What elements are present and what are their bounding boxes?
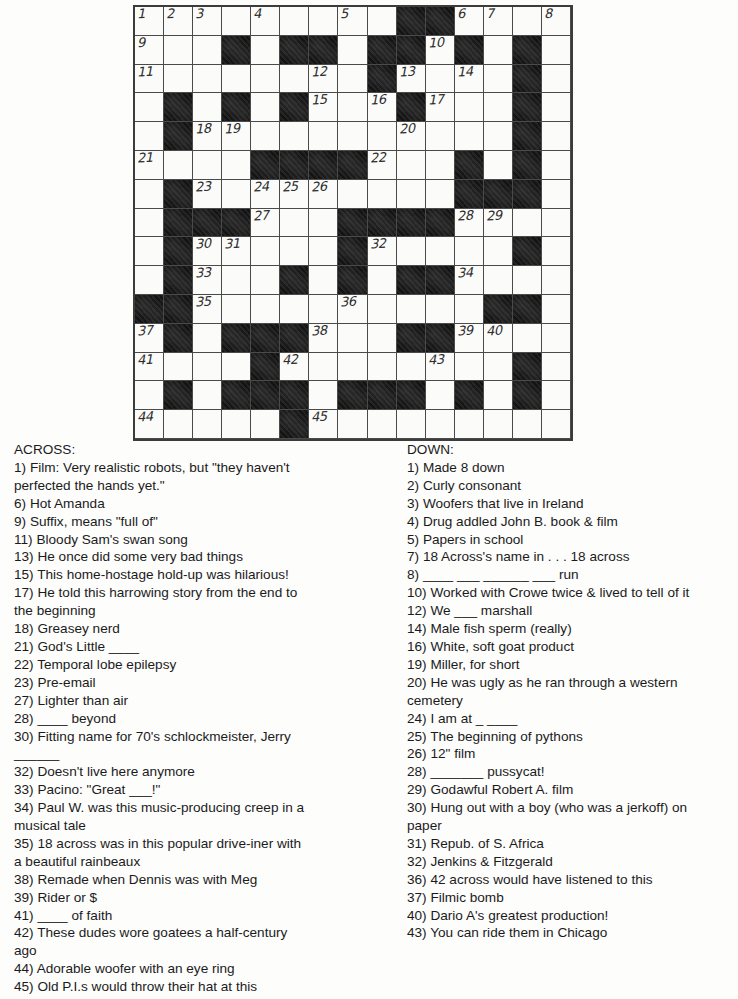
white-cell-r3c15[interactable] — [542, 65, 571, 94]
white-cell-r13c7[interactable] — [309, 353, 338, 382]
black-cell-r9c2 — [164, 237, 193, 266]
white-cell-r9c11[interactable] — [426, 237, 455, 266]
clue-number-29: 29 — [485, 207, 501, 223]
clue-down-30: 30) Hung out with a boy (who was a jerko… — [407, 799, 735, 835]
white-cell-r4c1[interactable] — [135, 93, 164, 122]
black-cell-r14c10 — [397, 381, 426, 410]
white-cell-r9c9[interactable]: 32 — [368, 237, 397, 266]
clue-text: ____ ___ ______ ___ run — [423, 567, 579, 582]
white-cell-r5c5[interactable] — [251, 122, 280, 151]
black-cell-r14c9 — [368, 381, 397, 410]
clue-text: Repub. of S. Africa — [430, 836, 543, 851]
white-cell-r12c7[interactable]: 38 — [309, 324, 338, 353]
clue-down-29: 29) Godawful Robert A. film — [407, 781, 735, 799]
white-cell-r7c5[interactable]: 24 — [251, 180, 280, 209]
clue-number-40: 40 — [485, 322, 501, 338]
white-cell-r13c1[interactable]: 41 — [135, 353, 164, 382]
white-cell-r2c8[interactable] — [338, 36, 367, 65]
white-cell-r7c15[interactable] — [542, 180, 571, 209]
clue-down-24: 24) I am at _ ____ — [407, 710, 735, 728]
white-cell-r11c9[interactable] — [368, 295, 397, 324]
white-cell-r7c1[interactable] — [135, 180, 164, 209]
clue-text: 18 Across's name in . . . 18 across — [423, 549, 630, 564]
white-cell-r6c9[interactable]: 22 — [368, 151, 397, 180]
white-cell-r7c3[interactable]: 23 — [193, 180, 222, 209]
white-cell-r6c3[interactable] — [193, 151, 222, 180]
white-cell-r15c8[interactable] — [338, 410, 367, 439]
white-cell-r10c14[interactable] — [513, 266, 542, 295]
white-cell-r1c5[interactable]: 4 — [251, 7, 280, 36]
white-cell-r11c15[interactable] — [542, 295, 571, 324]
black-cell-r4c6 — [280, 93, 309, 122]
clue-number-15: 15 — [311, 92, 327, 108]
clue-num-label: 41) — [14, 908, 34, 923]
white-cell-r7c10[interactable] — [397, 180, 426, 209]
white-cell-r8c12[interactable]: 28 — [455, 209, 484, 238]
clue-across-38: 38) Remade when Dennis was with Meg — [14, 871, 402, 889]
clue-text: Miller, for short — [430, 657, 519, 672]
white-cell-r12c1[interactable]: 37 — [135, 324, 164, 353]
clue-text: He once did some very bad things — [37, 549, 243, 564]
white-cell-r15c10[interactable] — [397, 410, 426, 439]
white-cell-r14c1[interactable] — [135, 381, 164, 410]
white-cell-r14c13[interactable] — [484, 381, 513, 410]
white-cell-r10c13[interactable] — [484, 266, 513, 295]
white-cell-r7c8[interactable] — [338, 180, 367, 209]
clue-across-17: 17) He told this harrowing story from th… — [14, 584, 402, 620]
clue-down-5: 5) Papers in school — [407, 531, 735, 549]
clue-num-label: 16) — [407, 639, 427, 654]
white-cell-r6c2[interactable] — [164, 151, 193, 180]
clue-num-label: 22) — [14, 657, 34, 672]
white-cell-r6c13[interactable] — [484, 151, 513, 180]
white-cell-r8c15[interactable] — [542, 209, 571, 238]
clue-text: Drug addled John B. book & film — [423, 514, 618, 529]
clue-text: You can ride them in Chicago — [430, 925, 607, 940]
white-cell-r12c3[interactable] — [193, 324, 222, 353]
white-cell-r3c2[interactable] — [164, 65, 193, 94]
crossword-grid[interactable]: 1234567891011121314151617181920212223242… — [133, 5, 573, 441]
clue-number-35: 35 — [195, 294, 211, 310]
white-cell-r11c11[interactable] — [426, 295, 455, 324]
white-cell-r2c1[interactable]: 9 — [135, 36, 164, 65]
white-cell-r1c3[interactable]: 3 — [193, 7, 222, 36]
clue-number-42: 42 — [282, 351, 298, 367]
white-cell-r3c5[interactable] — [251, 65, 280, 94]
across-heading: ACROSS: — [14, 441, 402, 459]
clue-across-41: 41) ____ of faith — [14, 907, 402, 925]
clue-text: Doesn't live here anymore — [37, 764, 195, 779]
white-cell-r1c12[interactable]: 6 — [455, 7, 484, 36]
white-cell-r1c15[interactable]: 8 — [542, 7, 571, 36]
clue-num-label: 10) — [407, 585, 427, 600]
white-cell-r6c11[interactable] — [426, 151, 455, 180]
clue-text: Rider or $ — [37, 890, 97, 905]
black-cell-r2c10 — [397, 36, 426, 65]
white-cell-r3c13[interactable] — [484, 65, 513, 94]
white-cell-r9c10[interactable] — [397, 237, 426, 266]
black-cell-r2c14 — [513, 36, 542, 65]
clue-number-18: 18 — [195, 121, 211, 137]
white-cell-r3c3[interactable] — [193, 65, 222, 94]
white-cell-r5c3[interactable]: 18 — [193, 122, 222, 151]
black-cell-r8c10 — [397, 209, 426, 238]
white-cell-r5c4[interactable]: 19 — [222, 122, 251, 151]
clue-across-9: 9) Suffix, means "full of" — [14, 513, 402, 531]
clue-num-label: 13) — [14, 549, 34, 564]
black-cell-r8c9 — [368, 209, 397, 238]
black-cell-r8c8 — [338, 209, 367, 238]
white-cell-r15c1[interactable]: 44 — [135, 410, 164, 439]
white-cell-r9c5[interactable] — [251, 237, 280, 266]
white-cell-r7c7[interactable]: 26 — [309, 180, 338, 209]
clue-number-14: 14 — [456, 63, 472, 79]
clue-text: He was ugly as he ran through a western … — [407, 675, 678, 708]
clue-text: Bloody Sam's swan song — [36, 532, 187, 547]
clue-down-26: 26) 12" film — [407, 745, 735, 763]
white-cell-r2c13[interactable] — [484, 36, 513, 65]
white-cell-r13c11[interactable]: 43 — [426, 353, 455, 382]
white-cell-r5c10[interactable]: 20 — [397, 122, 426, 151]
clue-number-12: 12 — [311, 63, 327, 79]
white-cell-r2c15[interactable] — [542, 36, 571, 65]
clue-number-31: 31 — [224, 236, 240, 252]
white-cell-r1c9[interactable] — [368, 7, 397, 36]
clue-number-17: 17 — [427, 92, 443, 108]
clue-text: God's Little ____ — [37, 639, 139, 654]
white-cell-r11c4[interactable] — [222, 295, 251, 324]
clue-num-label: 24) — [407, 711, 427, 726]
white-cell-r10c1[interactable] — [135, 266, 164, 295]
clue-down-1: 1) Made 8 down — [407, 459, 735, 477]
clue-num-label: 17) — [14, 585, 34, 600]
white-cell-r4c9[interactable]: 16 — [368, 93, 397, 122]
black-cell-r14c5 — [251, 381, 280, 410]
clue-num-label: 27) — [14, 693, 34, 708]
clue-num-label: 29) — [407, 782, 427, 797]
clue-num-label: 38) — [14, 872, 34, 887]
white-cell-r11c3[interactable]: 35 — [193, 295, 222, 324]
white-cell-r13c15[interactable] — [542, 353, 571, 382]
white-cell-r5c15[interactable] — [542, 122, 571, 151]
white-cell-r10c3[interactable]: 33 — [193, 266, 222, 295]
black-cell-r13c14 — [513, 353, 542, 382]
clue-across-1: 1) Film: Very realistic robots, but "the… — [14, 459, 402, 495]
clue-num-label: 6) — [14, 496, 26, 511]
white-cell-r4c3[interactable] — [193, 93, 222, 122]
clue-number-38: 38 — [311, 322, 327, 338]
white-cell-r13c6[interactable]: 42 — [280, 353, 309, 382]
white-cell-r14c7[interactable] — [309, 381, 338, 410]
black-cell-r12c4 — [222, 324, 251, 353]
white-cell-r11c7[interactable] — [309, 295, 338, 324]
clue-down-37: 37) Filmic bomb — [407, 889, 735, 907]
white-cell-r5c9[interactable] — [368, 122, 397, 151]
black-cell-r4c2 — [164, 93, 193, 122]
white-cell-r5c11[interactable] — [426, 122, 455, 151]
black-cell-r10c11 — [426, 266, 455, 295]
white-cell-r10c4[interactable] — [222, 266, 251, 295]
black-cell-r7c12 — [455, 180, 484, 209]
white-cell-r11c10[interactable] — [397, 295, 426, 324]
clue-num-label: 36) — [407, 872, 427, 887]
clue-number-21: 21 — [137, 150, 153, 166]
clue-text: He told this harrowing story from the en… — [14, 585, 297, 618]
clue-num-label: 15) — [14, 567, 34, 582]
clue-text: 18 across was in this popular drive-iner… — [14, 836, 301, 869]
clue-number-8: 8 — [544, 6, 553, 21]
clue-number-4: 4 — [253, 6, 262, 21]
white-cell-r10c5[interactable] — [251, 266, 280, 295]
white-cell-r15c11[interactable] — [426, 410, 455, 439]
black-cell-r1c11 — [426, 7, 455, 36]
white-cell-r14c3[interactable] — [193, 381, 222, 410]
white-cell-r12c12[interactable]: 39 — [455, 324, 484, 353]
white-cell-r5c7[interactable] — [309, 122, 338, 151]
clue-number-2: 2 — [166, 6, 175, 21]
black-cell-r7c2 — [164, 180, 193, 209]
black-cell-r6c6 — [280, 151, 309, 180]
white-cell-r11c8[interactable]: 36 — [338, 295, 367, 324]
clue-num-label: 8) — [407, 567, 419, 582]
black-cell-r6c5 — [251, 151, 280, 180]
clue-num-label: 9) — [14, 514, 26, 529]
black-cell-r5c2 — [164, 122, 193, 151]
black-cell-r12c10 — [397, 324, 426, 353]
white-cell-r1c8[interactable]: 5 — [338, 7, 367, 36]
white-cell-r3c10[interactable]: 13 — [397, 65, 426, 94]
white-cell-r6c1[interactable]: 21 — [135, 151, 164, 180]
white-cell-r1c14[interactable] — [513, 7, 542, 36]
clue-number-24: 24 — [253, 178, 269, 194]
white-cell-r1c1[interactable]: 1 — [135, 7, 164, 36]
clue-number-7: 7 — [485, 6, 494, 21]
white-cell-r7c11[interactable] — [426, 180, 455, 209]
white-cell-r8c5[interactable]: 27 — [251, 209, 280, 238]
across-clue-list: ACROSS: 1) Film: Very realistic robots, … — [14, 441, 402, 996]
white-cell-r9c4[interactable]: 31 — [222, 237, 251, 266]
clue-number-30: 30 — [195, 236, 211, 252]
white-cell-r15c5[interactable] — [251, 410, 280, 439]
clue-number-37: 37 — [137, 322, 153, 338]
clue-number-28: 28 — [456, 207, 472, 223]
clue-text: Pacino: "Great ___!" — [37, 782, 160, 797]
white-cell-r9c1[interactable] — [135, 237, 164, 266]
white-cell-r4c5[interactable] — [251, 93, 280, 122]
clue-down-4: 4) Drug addled John B. book & film — [407, 513, 735, 531]
black-cell-r8c11 — [426, 209, 455, 238]
white-cell-r13c10[interactable] — [397, 353, 426, 382]
white-cell-r6c4[interactable] — [222, 151, 251, 180]
white-cell-r5c8[interactable] — [338, 122, 367, 151]
white-cell-r15c12[interactable] — [455, 410, 484, 439]
white-cell-r4c7[interactable]: 15 — [309, 93, 338, 122]
white-cell-r15c9[interactable] — [368, 410, 397, 439]
white-cell-r3c8[interactable] — [338, 65, 367, 94]
clue-number-27: 27 — [253, 207, 269, 223]
clue-number-13: 13 — [398, 63, 414, 79]
clue-num-label: 1) — [14, 460, 26, 475]
white-cell-r9c13[interactable] — [484, 237, 513, 266]
white-cell-r15c14[interactable] — [513, 410, 542, 439]
white-cell-r2c2[interactable] — [164, 36, 193, 65]
white-cell-r3c11[interactable] — [426, 65, 455, 94]
down-clue-list: DOWN: 1) Made 8 down2) Curly consonant3)… — [407, 441, 735, 942]
white-cell-r1c2[interactable]: 2 — [164, 7, 193, 36]
white-cell-r9c12[interactable] — [455, 237, 484, 266]
clue-text: 12" film — [430, 746, 475, 761]
clue-across-15: 15) This home-hostage hold-up was hilari… — [14, 566, 402, 584]
white-cell-r4c13[interactable] — [484, 93, 513, 122]
white-cell-r8c14[interactable] — [513, 209, 542, 238]
clue-text: These dudes wore goatees a half-century … — [14, 925, 287, 958]
clue-text: Dario A's greatest production! — [430, 908, 608, 923]
white-cell-r4c8[interactable] — [338, 93, 367, 122]
clue-num-label: 30) — [14, 729, 34, 744]
white-cell-r9c3[interactable]: 30 — [193, 237, 222, 266]
white-cell-r7c6[interactable]: 25 — [280, 180, 309, 209]
clue-num-label: 3) — [407, 496, 419, 511]
white-cell-r12c9[interactable] — [368, 324, 397, 353]
white-cell-r13c9[interactable] — [368, 353, 397, 382]
white-cell-r7c4[interactable] — [222, 180, 251, 209]
black-cell-r4c14 — [513, 93, 542, 122]
clue-across-13: 13) He once did some very bad things — [14, 548, 402, 566]
white-cell-r4c15[interactable] — [542, 93, 571, 122]
clue-num-label: 5) — [407, 532, 419, 547]
white-cell-r13c8[interactable] — [338, 353, 367, 382]
white-cell-r1c13[interactable]: 7 — [484, 7, 513, 36]
clue-number-10: 10 — [427, 34, 443, 50]
clue-down-12: 12) We ___ marshall — [407, 602, 735, 620]
white-cell-r14c15[interactable] — [542, 381, 571, 410]
white-cell-r1c6[interactable] — [280, 7, 309, 36]
black-cell-r7c14 — [513, 180, 542, 209]
black-cell-r15c6 — [280, 410, 309, 439]
white-cell-r8c7[interactable] — [309, 209, 338, 238]
white-cell-r5c12[interactable] — [455, 122, 484, 151]
clue-num-label: 32) — [14, 764, 34, 779]
white-cell-r10c15[interactable] — [542, 266, 571, 295]
clue-num-label: 4) — [407, 514, 419, 529]
white-cell-r4c12[interactable] — [455, 93, 484, 122]
white-cell-r3c4[interactable] — [222, 65, 251, 94]
white-cell-r13c13[interactable] — [484, 353, 513, 382]
clue-num-label: 28) — [407, 764, 427, 779]
white-cell-r4c11[interactable]: 17 — [426, 93, 455, 122]
black-cell-r8c3 — [193, 209, 222, 238]
white-cell-r10c12[interactable]: 34 — [455, 266, 484, 295]
clue-down-19: 19) Miller, for short — [407, 656, 735, 674]
white-cell-r12c15[interactable] — [542, 324, 571, 353]
white-cell-r13c12[interactable] — [455, 353, 484, 382]
white-cell-r15c7[interactable]: 45 — [309, 410, 338, 439]
clue-text: Filmic bomb — [430, 890, 503, 905]
white-cell-r8c13[interactable]: 29 — [484, 209, 513, 238]
black-cell-r14c8 — [338, 381, 367, 410]
clue-number-19: 19 — [224, 121, 240, 137]
white-cell-r10c7[interactable] — [309, 266, 338, 295]
clue-number-45: 45 — [311, 409, 327, 425]
clue-number-26: 26 — [311, 178, 327, 194]
clue-num-label: 19) — [407, 657, 427, 672]
clue-down-8: 8) ____ ___ ______ ___ run — [407, 566, 735, 584]
white-cell-r15c2[interactable] — [164, 410, 193, 439]
clue-across-45: 45) Old P.I.s would throw their hat at t… — [14, 978, 402, 996]
white-cell-r6c15[interactable] — [542, 151, 571, 180]
clue-across-22: 22) Temporal lobe epilepsy — [14, 656, 402, 674]
white-cell-r13c3[interactable] — [193, 353, 222, 382]
white-cell-r8c1[interactable] — [135, 209, 164, 238]
black-cell-r9c14 — [513, 237, 542, 266]
clue-number-39: 39 — [456, 322, 472, 338]
white-cell-r1c4[interactable] — [222, 7, 251, 36]
white-cell-r2c11[interactable]: 10 — [426, 36, 455, 65]
white-cell-r3c12[interactable]: 14 — [455, 65, 484, 94]
white-cell-r3c6[interactable] — [280, 65, 309, 94]
black-cell-r12c6 — [280, 324, 309, 353]
clue-text: Godawful Robert A. film — [430, 782, 573, 797]
white-cell-r15c15[interactable] — [542, 410, 571, 439]
white-cell-r5c6[interactable] — [280, 122, 309, 151]
white-cell-r5c13[interactable] — [484, 122, 513, 151]
white-cell-r10c9[interactable] — [368, 266, 397, 295]
clue-down-20: 20) He was ugly as he ran through a west… — [407, 674, 735, 710]
white-cell-r12c14[interactable] — [513, 324, 542, 353]
white-cell-r6c10[interactable] — [397, 151, 426, 180]
white-cell-r11c5[interactable] — [251, 295, 280, 324]
white-cell-r1c7[interactable] — [309, 7, 338, 36]
white-cell-r7c9[interactable] — [368, 180, 397, 209]
black-cell-r7c13 — [484, 180, 513, 209]
white-cell-r12c13[interactable]: 40 — [484, 324, 513, 353]
white-cell-r9c7[interactable] — [309, 237, 338, 266]
clue-down-36: 36) 42 across would have listened to thi… — [407, 871, 735, 889]
white-cell-r15c13[interactable] — [484, 410, 513, 439]
white-cell-r11c12[interactable] — [455, 295, 484, 324]
clue-down-25: 25) The beginning of pythons — [407, 728, 735, 746]
white-cell-r15c4[interactable] — [222, 410, 251, 439]
white-cell-r5c1[interactable] — [135, 122, 164, 151]
clue-number-16: 16 — [369, 92, 385, 108]
clue-number-3: 3 — [195, 6, 204, 21]
clue-num-label: 45) — [14, 979, 34, 994]
clue-num-label: 14) — [407, 621, 427, 636]
white-cell-r12c8[interactable] — [338, 324, 367, 353]
white-cell-r8c6[interactable] — [280, 209, 309, 238]
white-cell-r3c7[interactable]: 12 — [309, 65, 338, 94]
clue-num-label: 11) — [14, 532, 33, 547]
white-cell-r14c11[interactable] — [426, 381, 455, 410]
clue-num-label: 12) — [407, 603, 427, 618]
white-cell-r15c3[interactable] — [193, 410, 222, 439]
clue-down-3: 3) Woofers that live in Ireland — [407, 495, 735, 513]
white-cell-r2c5[interactable] — [251, 36, 280, 65]
white-cell-r13c2[interactable] — [164, 353, 193, 382]
clue-text: Jenkins & Fitzgerald — [430, 854, 552, 869]
white-cell-r13c4[interactable] — [222, 353, 251, 382]
white-cell-r11c6[interactable] — [280, 295, 309, 324]
clue-across-39: 39) Rider or $ — [14, 889, 402, 907]
clue-num-label: 33) — [14, 782, 34, 797]
clue-num-label: 2) — [407, 478, 419, 493]
white-cell-r9c6[interactable] — [280, 237, 309, 266]
clue-down-31: 31) Repub. of S. Africa — [407, 835, 735, 853]
white-cell-r3c1[interactable]: 11 — [135, 65, 164, 94]
white-cell-r2c3[interactable] — [193, 36, 222, 65]
white-cell-r9c15[interactable] — [542, 237, 571, 266]
clue-text: Suffix, means "full of" — [30, 514, 158, 529]
